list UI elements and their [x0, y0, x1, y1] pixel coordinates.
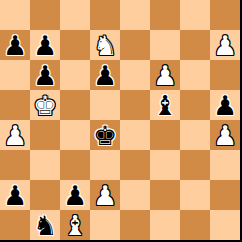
black-bishop: ♝: [153, 92, 177, 119]
square-c8[interactable]: [60, 0, 90, 30]
square-g4[interactable]: [180, 120, 210, 150]
square-c3[interactable]: [60, 150, 90, 180]
chess-board: ♟♟♞♟♟♟♟♚♝♟♟♚♟♟♟♟♞♝: [0, 0, 242, 242]
square-d7[interactable]: ♞: [90, 30, 120, 60]
black-pawn: ♟: [93, 62, 117, 89]
square-e1[interactable]: [120, 210, 150, 240]
square-e7[interactable]: [120, 30, 150, 60]
square-c7[interactable]: [60, 30, 90, 60]
square-h6[interactable]: [210, 60, 240, 90]
square-g7[interactable]: [180, 30, 210, 60]
square-f4[interactable]: [150, 120, 180, 150]
black-knight: ♞: [33, 212, 57, 239]
square-c5[interactable]: [60, 90, 90, 120]
black-pawn: ♟: [213, 92, 237, 119]
black-pawn: ♟: [63, 182, 87, 209]
square-h1[interactable]: [210, 210, 240, 240]
square-c4[interactable]: [60, 120, 90, 150]
square-b6[interactable]: ♟: [30, 60, 60, 90]
square-e3[interactable]: [120, 150, 150, 180]
square-b8[interactable]: [30, 0, 60, 30]
square-b2[interactable]: [30, 180, 60, 210]
white-pawn: ♟: [3, 122, 27, 149]
square-h7[interactable]: ♟: [210, 30, 240, 60]
black-pawn: ♟: [3, 182, 27, 209]
square-h2[interactable]: [210, 180, 240, 210]
square-d4[interactable]: ♚: [90, 120, 120, 150]
square-b1[interactable]: ♞: [30, 210, 60, 240]
white-pawn: ♟: [213, 122, 237, 149]
square-c6[interactable]: [60, 60, 90, 90]
black-pawn: ♟: [33, 32, 57, 59]
black-pawn: ♟: [33, 62, 57, 89]
square-f6[interactable]: ♟: [150, 60, 180, 90]
square-h5[interactable]: ♟: [210, 90, 240, 120]
square-d5[interactable]: [90, 90, 120, 120]
square-a3[interactable]: [0, 150, 30, 180]
square-g5[interactable]: [180, 90, 210, 120]
square-g1[interactable]: [180, 210, 210, 240]
square-h4[interactable]: ♟: [210, 120, 240, 150]
square-d3[interactable]: [90, 150, 120, 180]
square-e6[interactable]: [120, 60, 150, 90]
square-e8[interactable]: [120, 0, 150, 30]
square-a1[interactable]: [0, 210, 30, 240]
white-pawn: ♟: [153, 62, 177, 89]
white-pawn: ♟: [213, 32, 237, 59]
square-f1[interactable]: [150, 210, 180, 240]
square-f3[interactable]: [150, 150, 180, 180]
square-h3[interactable]: [210, 150, 240, 180]
square-c2[interactable]: ♟: [60, 180, 90, 210]
square-f2[interactable]: [150, 180, 180, 210]
square-e2[interactable]: [120, 180, 150, 210]
square-e5[interactable]: [120, 90, 150, 120]
square-b4[interactable]: [30, 120, 60, 150]
square-d8[interactable]: [90, 0, 120, 30]
square-b7[interactable]: ♟: [30, 30, 60, 60]
square-d2[interactable]: ♟: [90, 180, 120, 210]
white-knight: ♞: [93, 32, 117, 59]
square-a6[interactable]: [0, 60, 30, 90]
square-a7[interactable]: ♟: [0, 30, 30, 60]
square-f7[interactable]: [150, 30, 180, 60]
white-pawn: ♟: [93, 182, 117, 209]
black-king: ♚: [93, 122, 117, 149]
square-c1[interactable]: ♝: [60, 210, 90, 240]
square-e4[interactable]: [120, 120, 150, 150]
square-b3[interactable]: [30, 150, 60, 180]
square-a8[interactable]: [0, 0, 30, 30]
black-pawn: ♟: [3, 32, 27, 59]
square-a2[interactable]: ♟: [0, 180, 30, 210]
square-g6[interactable]: [180, 60, 210, 90]
square-a4[interactable]: ♟: [0, 120, 30, 150]
square-d1[interactable]: [90, 210, 120, 240]
square-a5[interactable]: [0, 90, 30, 120]
square-h8[interactable]: [210, 0, 240, 30]
square-g2[interactable]: [180, 180, 210, 210]
white-bishop: ♝: [63, 212, 87, 239]
square-g3[interactable]: [180, 150, 210, 180]
square-b5[interactable]: ♚: [30, 90, 60, 120]
square-g8[interactable]: [180, 0, 210, 30]
square-f8[interactable]: [150, 0, 180, 30]
square-f5[interactable]: ♝: [150, 90, 180, 120]
square-d6[interactable]: ♟: [90, 60, 120, 90]
white-king: ♚: [33, 92, 57, 119]
